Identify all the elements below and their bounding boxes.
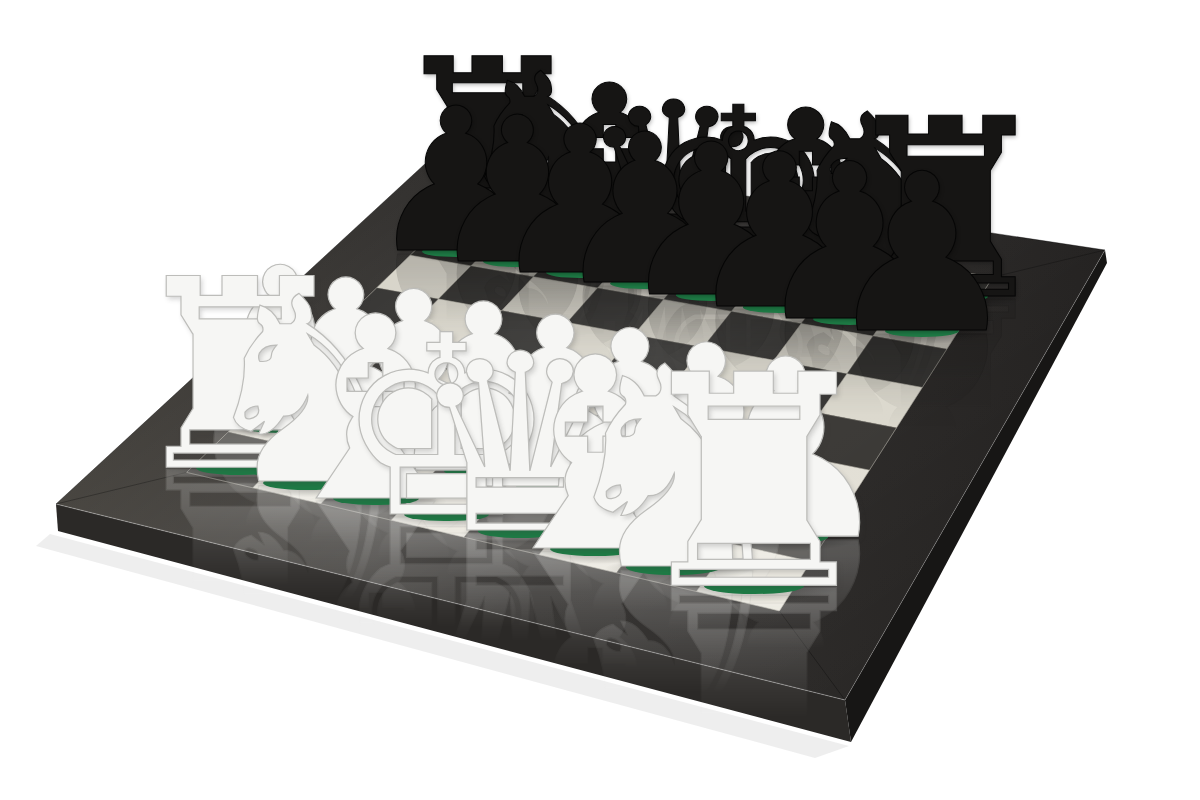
- product-photo-stage: ♜♜♞♞♝♝♛♛♚♚♝♝♞♞♜♜♟♟♟♟♟♟♟♟♟♟♟♟♟♟♟♟♟♟♟♟♟♟♟♟…: [0, 0, 1200, 800]
- piece-white-rook-h1[interactable]: ♜: [607, 337, 900, 630]
- white-rook-glyph: ♜: [607, 337, 900, 630]
